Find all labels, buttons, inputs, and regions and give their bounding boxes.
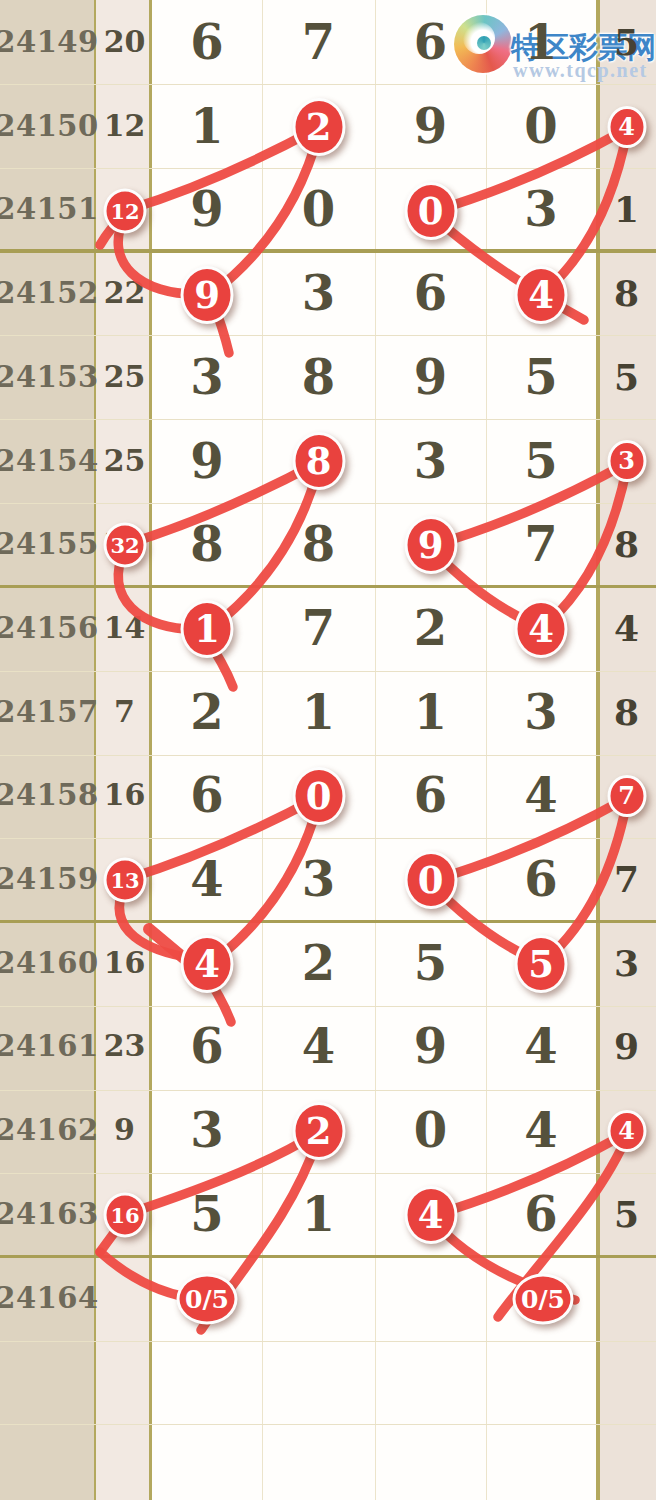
- highlight-circle: 8: [292, 432, 345, 490]
- highlight-circle: 4: [181, 935, 234, 993]
- highlight-circle: 32: [104, 523, 147, 568]
- trend-lines: [0, 0, 656, 1500]
- highlight-circle: 1: [181, 600, 234, 658]
- highlight-circle: 2: [292, 98, 345, 156]
- highlight-circle: 4: [607, 1110, 646, 1152]
- highlight-circle: 12: [104, 189, 147, 234]
- highlight-circle: 7: [607, 775, 646, 817]
- highlight-circle: 13: [104, 858, 147, 903]
- highlight-circle: 4: [515, 600, 568, 658]
- trend-line: [100, 1252, 186, 1297]
- highlight-circle: 3: [607, 440, 646, 482]
- highlight-circle: 9: [181, 266, 234, 324]
- highlight-circle: 4: [607, 106, 646, 148]
- lottery-trend-chart: 特区彩票网 www.tqcp.net 241492067615241501212…: [0, 0, 656, 1500]
- highlight-circle: 4: [404, 1186, 457, 1244]
- highlight-circle: 16: [104, 1193, 147, 1238]
- trend-line: [431, 464, 625, 546]
- trend-line: [431, 799, 625, 881]
- trend-line: [547, 801, 627, 959]
- trend-line: [547, 132, 627, 290]
- highlight-circle: 0: [404, 851, 457, 909]
- highlight-circle: 0: [404, 182, 457, 240]
- highlight-circle: 0/5: [177, 1274, 238, 1325]
- trend-line: [547, 466, 627, 624]
- highlight-circle: 0: [292, 767, 345, 825]
- trend-line: [431, 130, 625, 212]
- highlight-circle: 4: [515, 266, 568, 324]
- trend-line: [431, 1134, 625, 1216]
- highlight-circle: 9: [404, 516, 457, 574]
- highlight-circle: 2: [292, 1102, 345, 1160]
- highlight-circle: 5: [515, 935, 568, 993]
- highlight-circle: 0/5: [513, 1274, 574, 1325]
